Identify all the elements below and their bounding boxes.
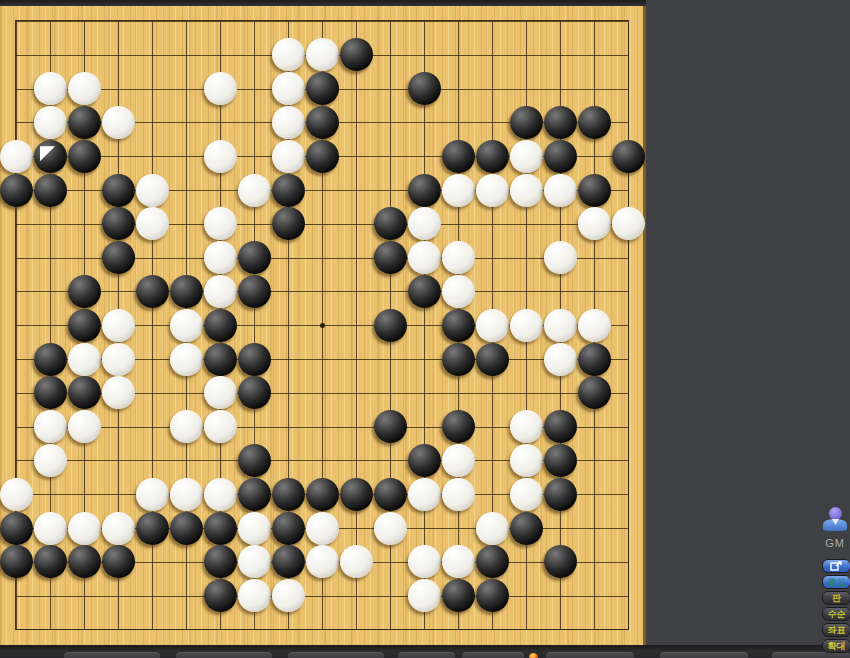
white-stone — [34, 106, 67, 139]
white-stone — [578, 207, 611, 240]
black-stone — [204, 545, 237, 578]
black-stone — [544, 478, 577, 511]
black-stone — [544, 545, 577, 578]
black-stone — [204, 343, 237, 376]
white-stone — [68, 512, 101, 545]
white-stone — [306, 38, 339, 71]
black-stone — [34, 545, 67, 578]
popout-arrow-icon — [830, 561, 843, 571]
white-stone — [102, 343, 135, 376]
white-stone — [170, 478, 203, 511]
white-stone — [544, 309, 577, 342]
white-stone — [34, 410, 67, 443]
black-stone — [34, 376, 67, 409]
black-stone — [136, 275, 169, 308]
black-stone — [578, 343, 611, 376]
black-stone — [578, 376, 611, 409]
gm-label: GM — [820, 537, 850, 549]
white-stone — [102, 106, 135, 139]
white-stone — [238, 174, 271, 207]
bottom-button[interactable] — [398, 652, 455, 658]
black-stone — [408, 444, 441, 477]
black-stone — [238, 444, 271, 477]
white-stone — [34, 444, 67, 477]
black-stone — [510, 106, 543, 139]
black-stone — [170, 512, 203, 545]
white-stone — [170, 343, 203, 376]
coordinates-button-label: 좌표 — [828, 625, 846, 635]
white-stone — [510, 478, 543, 511]
black-stone — [170, 275, 203, 308]
enlarge-button-label: 확대 — [828, 641, 846, 651]
black-stone — [578, 106, 611, 139]
black-stone — [238, 478, 271, 511]
white-stone — [102, 512, 135, 545]
black-stone — [374, 207, 407, 240]
white-stone — [510, 140, 543, 173]
black-stone — [204, 512, 237, 545]
black-stone — [306, 140, 339, 173]
black-stone — [204, 309, 237, 342]
bottom-button[interactable] — [660, 652, 748, 658]
white-stone — [272, 579, 305, 612]
black-stone — [102, 241, 135, 274]
black-stone — [476, 343, 509, 376]
white-stone — [272, 140, 305, 173]
black-stone — [442, 140, 475, 173]
black-stone — [204, 579, 237, 612]
white-stone — [510, 444, 543, 477]
white-stone — [476, 512, 509, 545]
white-stone — [204, 478, 237, 511]
black-stone — [408, 174, 441, 207]
enlarge-button[interactable]: 확대 — [822, 639, 850, 653]
white-stone — [408, 579, 441, 612]
white-stone — [306, 512, 339, 545]
white-stone — [204, 140, 237, 173]
side-button-column: 광고 판 수순 좌표 확대 — [822, 559, 850, 655]
black-stone — [340, 478, 373, 511]
black-stone — [68, 275, 101, 308]
black-stone — [102, 545, 135, 578]
black-stone — [34, 343, 67, 376]
black-stone — [306, 478, 339, 511]
black-stone — [0, 174, 33, 207]
white-stone — [578, 309, 611, 342]
white-stone — [510, 174, 543, 207]
white-stone — [34, 72, 67, 105]
white-stone — [340, 545, 373, 578]
black-stone — [136, 512, 169, 545]
gm-presence-widget: GM — [820, 507, 850, 549]
person-avatar-icon — [820, 507, 850, 535]
bottom-toolbar — [0, 645, 850, 658]
white-stone — [136, 174, 169, 207]
black-stone — [476, 140, 509, 173]
white-stone — [544, 343, 577, 376]
bottom-button[interactable] — [546, 652, 634, 658]
black-stone — [68, 140, 101, 173]
white-stone — [476, 174, 509, 207]
black-stone — [544, 106, 577, 139]
black-stone — [374, 410, 407, 443]
white-stone — [136, 478, 169, 511]
white-stone — [238, 545, 271, 578]
black-stone — [374, 478, 407, 511]
white-stone — [0, 478, 33, 511]
white-stone — [136, 207, 169, 240]
black-stone — [544, 410, 577, 443]
black-stone — [238, 241, 271, 274]
board-button-label: 판 — [832, 593, 841, 603]
black-stone — [0, 512, 33, 545]
grid-line — [16, 629, 628, 630]
black-stone — [442, 343, 475, 376]
black-stone — [272, 174, 305, 207]
black-stone — [476, 579, 509, 612]
white-stone — [510, 309, 543, 342]
white-stone — [476, 309, 509, 342]
notification-dot-icon — [529, 653, 538, 658]
black-stone — [34, 174, 67, 207]
coordinates-button[interactable]: 좌표 — [822, 623, 850, 637]
white-stone — [408, 207, 441, 240]
sequence-button[interactable]: 수순 — [822, 607, 850, 621]
white-stone — [408, 478, 441, 511]
white-stone — [442, 444, 475, 477]
white-stone — [204, 410, 237, 443]
white-stone — [204, 241, 237, 274]
black-stone — [68, 545, 101, 578]
black-stone — [272, 512, 305, 545]
app-screen: GM 광고 판 수순 좌표 확대 — [0, 0, 850, 658]
sequence-button-label: 수순 — [828, 609, 846, 619]
black-stone — [442, 410, 475, 443]
black-stone — [68, 106, 101, 139]
white-stone — [306, 545, 339, 578]
grid-line — [16, 596, 628, 597]
black-stone — [340, 38, 373, 71]
white-stone — [374, 512, 407, 545]
white-stone — [102, 309, 135, 342]
white-stone — [272, 72, 305, 105]
white-stone — [204, 72, 237, 105]
black-stone — [578, 174, 611, 207]
white-stone — [68, 72, 101, 105]
bottom-button[interactable] — [64, 652, 160, 658]
popout-button[interactable] — [822, 559, 850, 573]
black-stone — [612, 140, 645, 173]
black-stone — [238, 376, 271, 409]
white-stone — [408, 545, 441, 578]
black-stone — [238, 275, 271, 308]
white-stone — [544, 241, 577, 274]
white-stone — [170, 309, 203, 342]
white-stone — [204, 376, 237, 409]
white-stone — [408, 241, 441, 274]
black-stone — [544, 140, 577, 173]
white-stone — [68, 343, 101, 376]
black-stone — [34, 140, 67, 173]
black-stone — [374, 309, 407, 342]
white-stone — [34, 512, 67, 545]
grid-line — [356, 21, 357, 629]
white-stone — [442, 241, 475, 274]
grid-line — [628, 21, 629, 629]
black-stone — [272, 207, 305, 240]
white-stone — [204, 275, 237, 308]
white-stone — [442, 174, 475, 207]
white-stone — [272, 106, 305, 139]
white-stone — [442, 478, 475, 511]
ad-button[interactable]: 광고 — [822, 575, 850, 589]
white-stone — [272, 38, 305, 71]
white-stone — [170, 410, 203, 443]
white-stone — [102, 376, 135, 409]
black-stone — [68, 309, 101, 342]
white-stone — [238, 579, 271, 612]
board-button[interactable]: 판 — [822, 591, 850, 605]
grid-line — [424, 21, 425, 629]
white-stone — [544, 174, 577, 207]
bottom-button[interactable] — [288, 652, 384, 658]
white-stone — [238, 512, 271, 545]
white-stone — [442, 545, 475, 578]
black-stone — [102, 174, 135, 207]
white-stone — [204, 207, 237, 240]
black-stone — [68, 376, 101, 409]
black-stone — [442, 309, 475, 342]
black-stone — [544, 444, 577, 477]
ad-button-label: 광고 — [828, 577, 846, 587]
black-stone — [0, 545, 33, 578]
white-stone — [612, 207, 645, 240]
white-stone — [68, 410, 101, 443]
white-stone — [442, 275, 475, 308]
black-stone — [102, 207, 135, 240]
black-stone — [306, 106, 339, 139]
white-stone — [0, 140, 33, 173]
black-stone — [408, 72, 441, 105]
black-stone — [306, 72, 339, 105]
black-stone — [510, 512, 543, 545]
black-stone — [272, 478, 305, 511]
star-point — [320, 323, 325, 328]
black-stone — [238, 343, 271, 376]
black-stone — [408, 275, 441, 308]
black-stone — [272, 545, 305, 578]
black-stone — [476, 545, 509, 578]
bottom-button[interactable] — [462, 652, 524, 658]
black-stone — [374, 241, 407, 274]
go-board[interactable] — [0, 6, 646, 645]
white-stone — [510, 410, 543, 443]
black-stone — [442, 579, 475, 612]
bottom-button[interactable] — [176, 652, 272, 658]
